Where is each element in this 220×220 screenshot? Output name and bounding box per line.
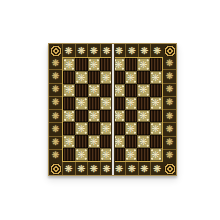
rosette-icon: ❋	[75, 162, 88, 175]
mosaic-star-icon: ❋	[115, 60, 123, 70]
board-square[interactable]: ❋	[63, 110, 75, 123]
rosette-icon: ❋	[163, 136, 176, 149]
board-square[interactable]: ❋	[88, 58, 100, 71]
board-square[interactable]	[150, 84, 162, 97]
rosette-icon: ❋	[49, 69, 62, 82]
board-square[interactable]: ❋	[63, 135, 75, 148]
board-square[interactable]	[137, 122, 149, 135]
rosette-icon: ❋	[49, 96, 62, 109]
border-band-right: ❋❋❋❋❋❋❋❋	[163, 57, 176, 162]
board-square[interactable]: ❋	[75, 97, 87, 110]
board-square[interactable]	[63, 97, 75, 110]
board-square[interactable]: ❋	[75, 71, 87, 84]
board-square[interactable]: ❋	[63, 58, 75, 71]
board-square[interactable]	[137, 97, 149, 110]
rosette-icon: ❋	[49, 57, 62, 69]
board-square[interactable]: ❋	[125, 71, 137, 84]
rosette-icon: ❋	[125, 162, 138, 175]
photo-background: ❋❋❋❋❋❋❋❋ ❋❋❋❋❋❋❋❋ ❋❋❋❋❋❋❋❋ ❋❋❋❋❋❋❋❋ ❋❋❋❋…	[0, 0, 220, 220]
border-band-half: ❋❋❋❋	[113, 44, 164, 57]
board-square[interactable]: ❋	[150, 71, 162, 84]
board-square[interactable]	[125, 110, 137, 123]
mosaic-star-icon: ❋	[102, 98, 110, 108]
mosaic-star-icon: ❋	[152, 124, 160, 134]
rosette-icon: ❋	[62, 44, 75, 57]
board-square[interactable]	[75, 135, 87, 148]
board-square[interactable]	[150, 135, 162, 148]
mosaic-star-icon: ❋	[78, 124, 86, 134]
board-square[interactable]: ❋	[137, 135, 149, 148]
board-square[interactable]	[75, 110, 87, 123]
board-square[interactable]: ❋	[137, 84, 149, 97]
mosaic-star-icon: ❋	[65, 60, 73, 70]
board-square[interactable]	[137, 148, 149, 161]
board-square[interactable]: ❋	[137, 110, 149, 123]
border-band-half: ❋❋❋❋	[62, 44, 113, 57]
board-square[interactable]	[88, 148, 100, 161]
mosaic-star-icon: ❋	[102, 73, 110, 83]
board-square[interactable]: ❋	[150, 97, 162, 110]
board-square[interactable]: ❋	[75, 122, 87, 135]
rosette-icon: ❋	[150, 162, 163, 175]
rosette-icon: ❋	[163, 96, 176, 109]
mosaic-star-icon: ❋	[65, 85, 73, 95]
border-band-half: ❋❋❋❋	[62, 162, 113, 175]
rosette-icon: ❋	[87, 44, 100, 57]
border-band-half: ❋❋❋❋	[113, 162, 164, 175]
corner-medallion-icon	[164, 163, 176, 175]
rosette-icon: ❋	[62, 162, 75, 175]
mosaic-star-icon: ❋	[115, 85, 123, 95]
board-square[interactable]	[75, 84, 87, 97]
mosaic-star-icon: ❋	[90, 85, 98, 95]
mosaic-star-icon: ❋	[65, 111, 73, 121]
board-square[interactable]: ❋	[125, 148, 137, 161]
rosette-icon: ❋	[163, 122, 176, 135]
board-square[interactable]	[125, 135, 137, 148]
board-square[interactable]	[63, 148, 75, 161]
board-square[interactable]	[63, 122, 75, 135]
fold-seam	[111, 44, 115, 175]
mosaic-star-icon: ❋	[102, 150, 110, 160]
rosette-icon: ❋	[49, 83, 62, 96]
rosette-icon: ❋	[138, 162, 151, 175]
mosaic-star-icon: ❋	[139, 85, 147, 95]
rosette-icon: ❋	[49, 109, 62, 122]
board-square[interactable]	[125, 84, 137, 97]
mosaic-star-icon: ❋	[139, 111, 147, 121]
mosaic-star-icon: ❋	[90, 111, 98, 121]
board-square[interactable]	[88, 122, 100, 135]
mosaic-star-icon: ❋	[90, 60, 98, 70]
rosette-icon: ❋	[49, 149, 62, 162]
rosette-icon: ❋	[150, 44, 163, 57]
mosaic-star-icon: ❋	[78, 150, 86, 160]
mosaic-star-icon: ❋	[115, 137, 123, 147]
rosette-icon: ❋	[87, 162, 100, 175]
board-square[interactable]	[125, 58, 137, 71]
board-square[interactable]	[137, 71, 149, 84]
mosaic-star-icon: ❋	[152, 98, 160, 108]
mosaic-star-icon: ❋	[102, 124, 110, 134]
board-square[interactable]	[63, 71, 75, 84]
game-board: ❋❋❋❋❋❋❋❋ ❋❋❋❋❋❋❋❋ ❋❋❋❋❋❋❋❋ ❋❋❋❋❋❋❋❋ ❋❋❋❋…	[48, 43, 177, 176]
mosaic-star-icon: ❋	[78, 73, 86, 83]
board-square[interactable]	[150, 110, 162, 123]
mosaic-star-icon: ❋	[127, 98, 135, 108]
corner-medallion-icon	[50, 45, 62, 57]
mosaic-star-icon: ❋	[90, 137, 98, 147]
mosaic-star-icon: ❋	[78, 98, 86, 108]
mosaic-star-icon: ❋	[152, 150, 160, 160]
rosette-icon: ❋	[75, 44, 88, 57]
board-square[interactable]	[150, 58, 162, 71]
rosette-icon: ❋	[49, 122, 62, 135]
mosaic-star-icon: ❋	[139, 137, 147, 147]
rosette-icon: ❋	[138, 44, 151, 57]
rosette-icon: ❋	[163, 83, 176, 96]
corner-medallion-icon	[50, 163, 62, 175]
mosaic-star-icon: ❋	[127, 150, 135, 160]
mosaic-star-icon: ❋	[115, 111, 123, 121]
board-square[interactable]: ❋	[150, 122, 162, 135]
mosaic-star-icon: ❋	[139, 60, 147, 70]
board-square[interactable]: ❋	[88, 110, 100, 123]
board-square[interactable]: ❋	[63, 84, 75, 97]
mosaic-star-icon: ❋	[65, 137, 73, 147]
board-square[interactable]: ❋	[88, 84, 100, 97]
corner-medallion-icon	[164, 45, 176, 57]
mosaic-star-icon: ❋	[127, 73, 135, 83]
board-square[interactable]: ❋	[125, 122, 137, 135]
rosette-icon: ❋	[125, 44, 138, 57]
rosette-icon: ❋	[163, 57, 176, 69]
board-square[interactable]	[88, 97, 100, 110]
mosaic-star-icon: ❋	[127, 124, 135, 134]
board-square[interactable]	[88, 71, 100, 84]
rosette-icon: ❋	[163, 109, 176, 122]
board-square[interactable]: ❋	[125, 97, 137, 110]
border-band-left: ❋❋❋❋❋❋❋❋	[49, 57, 62, 162]
board-square[interactable]: ❋	[75, 148, 87, 161]
board-square[interactable]: ❋	[137, 58, 149, 71]
board-square[interactable]: ❋	[150, 148, 162, 161]
rosette-icon: ❋	[163, 149, 176, 162]
board-square[interactable]	[75, 58, 87, 71]
rosette-icon: ❋	[49, 136, 62, 149]
rosette-icon: ❋	[163, 69, 176, 82]
mosaic-star-icon: ❋	[152, 73, 160, 83]
board-square[interactable]: ❋	[88, 135, 100, 148]
